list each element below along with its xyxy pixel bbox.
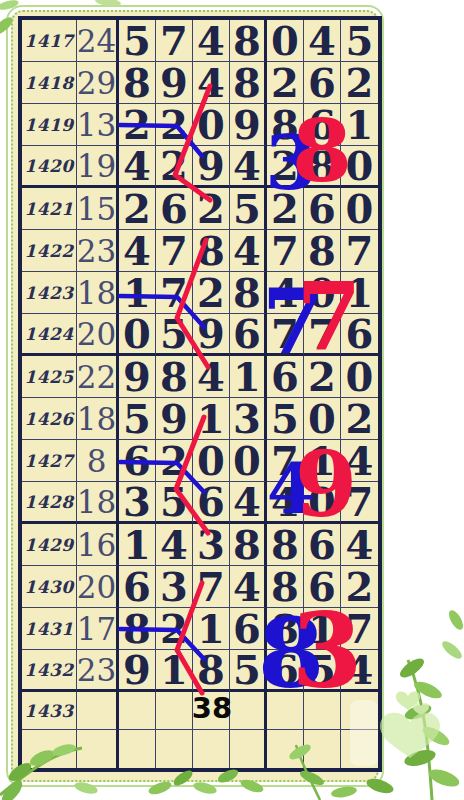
sum-cell: 20 (77, 566, 119, 608)
digit-cell: 1 (193, 608, 230, 650)
digit-cell: 1 (304, 608, 341, 650)
sum-cell: 17 (77, 608, 119, 650)
digit-cell: 2 (119, 188, 156, 230)
digit-cell: 5 (156, 314, 193, 356)
digit-cell: 6 (119, 566, 156, 608)
issue-cell (22, 730, 77, 768)
digit-cell (230, 730, 267, 768)
digit-cell: 2 (156, 104, 193, 146)
digit-cell: 2 (267, 62, 304, 104)
sum-cell: 18 (77, 398, 119, 440)
digit-cell: 4 (193, 356, 230, 398)
digit-cell: 4 (230, 482, 267, 524)
digit-cell: 1 (193, 398, 230, 440)
issue-cell: 1420 (22, 146, 77, 188)
digit-cell: 6 (230, 314, 267, 356)
digit-cell: 4 (119, 230, 156, 272)
digit-cell: 2 (193, 272, 230, 314)
digit-cell: 4 (230, 566, 267, 608)
heart-icon (380, 692, 440, 758)
digit-cell: 0 (304, 398, 341, 440)
digit-cell: 8 (230, 272, 267, 314)
digit-cell (230, 692, 267, 730)
digit-cell: 1 (341, 104, 378, 146)
sum-cell: 24 (77, 20, 119, 62)
digit-cell: 3 (230, 398, 267, 440)
digit-cell: 4 (341, 650, 378, 692)
digit-cell: 5 (230, 188, 267, 230)
digit-cell: 1 (119, 272, 156, 314)
issue-cell: 1423 (22, 272, 77, 314)
digit-cell: 6 (304, 566, 341, 608)
digit-cell: 2 (193, 188, 230, 230)
digit-cell: 6 (193, 482, 230, 524)
trend-chart-table: 1417245748045141829894826214191322098611… (18, 16, 382, 772)
digit-cell: 3 (156, 566, 193, 608)
digit-cell: 5 (230, 650, 267, 692)
sum-cell (77, 692, 119, 730)
digit-cell: 5 (156, 482, 193, 524)
digit-cell: 9 (156, 398, 193, 440)
digit-cell: 5 (267, 398, 304, 440)
digit-cell: 4 (156, 524, 193, 566)
digit-cell: 1 (230, 356, 267, 398)
sum-cell: 20 (77, 314, 119, 356)
digit-cell: 7 (304, 314, 341, 356)
digit-cell: 2 (267, 146, 304, 188)
digit-cell: 1 (156, 650, 193, 692)
issue-cell: 1433 (22, 692, 77, 730)
digit-cell: 4 (341, 524, 378, 566)
digit-cell (119, 730, 156, 768)
digit-cell (341, 730, 378, 768)
digit-cell: 5 (341, 20, 378, 62)
digit-cell: 5 (119, 398, 156, 440)
digit-cell: 8 (230, 62, 267, 104)
digit-cell: 0 (230, 440, 267, 482)
digit-cell (156, 730, 193, 768)
issue-cell: 1425 (22, 356, 77, 398)
digit-cell: 7 (267, 314, 304, 356)
digit-cell: 2 (267, 188, 304, 230)
digit-cell: 6 (304, 62, 341, 104)
digit-cell: 3 (119, 482, 156, 524)
digit-cell: 6 (267, 356, 304, 398)
digit-cell: 7 (156, 272, 193, 314)
digit-cell: 6 (304, 524, 341, 566)
digit-cell: 8 (304, 230, 341, 272)
sum-cell: 23 (77, 650, 119, 692)
issue-cell: 1417 (22, 20, 77, 62)
digit-cell: 1 (119, 524, 156, 566)
digit-cell: 6 (341, 314, 378, 356)
issue-cell: 1426 (22, 398, 77, 440)
digit-cell (193, 692, 230, 730)
digit-cell: 2 (156, 440, 193, 482)
digit-cell: 8 (193, 230, 230, 272)
digit-cell: 4 (230, 146, 267, 188)
digit-cell (267, 730, 304, 768)
digit-cell: 2 (156, 608, 193, 650)
digit-cell: 4 (304, 20, 341, 62)
sum-cell: 29 (77, 62, 119, 104)
digit-cell: 3 (193, 524, 230, 566)
digit-cell: 8 (267, 566, 304, 608)
digit-cell (267, 692, 304, 730)
digit-cell: 1 (341, 272, 378, 314)
digit-cell: 7 (193, 566, 230, 608)
digit-cell: 4 (267, 272, 304, 314)
digit-cell: 6 (267, 650, 304, 692)
sum-cell: 16 (77, 524, 119, 566)
issue-cell: 1428 (22, 482, 77, 524)
issue-cell: 1424 (22, 314, 77, 356)
digit-cell: 0 (267, 20, 304, 62)
sum-cell: 15 (77, 188, 119, 230)
digit-cell: 4 (230, 230, 267, 272)
digit-cell: 5 (119, 20, 156, 62)
digit-cell: 9 (119, 356, 156, 398)
digit-cell: 0 (304, 272, 341, 314)
digit-cell: 8 (119, 62, 156, 104)
digit-cell: 0 (304, 482, 341, 524)
sum-cell: 18 (77, 482, 119, 524)
digit-cell: 2 (341, 566, 378, 608)
digit-cell (119, 692, 156, 730)
digit-cell: 9 (193, 314, 230, 356)
digit-cell: 8 (267, 104, 304, 146)
digit-cell (193, 730, 230, 768)
digit-cell (304, 692, 341, 730)
digit-cell: 1 (304, 440, 341, 482)
digit-cell: 0 (341, 188, 378, 230)
digit-cell (156, 692, 193, 730)
digit-cell: 9 (156, 62, 193, 104)
digit-cell: 9 (119, 650, 156, 692)
lottery-chart-page: 1417245748045141829894826214191322098611… (0, 0, 464, 800)
digit-cell: 0 (341, 356, 378, 398)
digit-cell: 7 (341, 230, 378, 272)
digit-cell: 8 (267, 524, 304, 566)
digit-cell: 4 (341, 440, 378, 482)
digit-cell: 0 (193, 440, 230, 482)
digit-cell: 8 (267, 608, 304, 650)
digit-cell: 2 (156, 146, 193, 188)
digit-cell: 6 (230, 608, 267, 650)
digit-cell: 6 (304, 188, 341, 230)
digit-cell: 4 (119, 146, 156, 188)
digit-cell: 7 (341, 608, 378, 650)
digit-cell: 9 (230, 104, 267, 146)
digit-cell: 8 (119, 608, 156, 650)
issue-cell: 1421 (22, 188, 77, 230)
issue-cell: 1430 (22, 566, 77, 608)
digit-cell: 8 (156, 356, 193, 398)
sum-cell: 8 (77, 440, 119, 482)
issue-cell: 1429 (22, 524, 77, 566)
digit-cell: 7 (267, 440, 304, 482)
issue-cell: 1427 (22, 440, 77, 482)
digit-cell: 0 (119, 314, 156, 356)
digit-cell: 0 (193, 104, 230, 146)
digit-cell: 2 (341, 62, 378, 104)
digit-cell: 8 (230, 20, 267, 62)
digit-cell: 4 (267, 482, 304, 524)
digit-cell (304, 730, 341, 768)
issue-cell: 1419 (22, 104, 77, 146)
digit-cell: 4 (193, 62, 230, 104)
sum-cell: 23 (77, 230, 119, 272)
digit-cell: 2 (341, 398, 378, 440)
digit-cell: 8 (304, 146, 341, 188)
digit-cell: 9 (193, 146, 230, 188)
digit-cell: 2 (304, 356, 341, 398)
digit-cell: 7 (267, 230, 304, 272)
issue-cell: 1418 (22, 62, 77, 104)
issue-cell: 1431 (22, 608, 77, 650)
digit-cell: 6 (156, 188, 193, 230)
digit-cell: 5 (304, 650, 341, 692)
digit-cell: 6 (304, 104, 341, 146)
sum-cell: 22 (77, 356, 119, 398)
digit-cell: 0 (341, 146, 378, 188)
issue-cell: 1432 (22, 650, 77, 692)
digit-cell: 2 (119, 104, 156, 146)
sum-cell: 19 (77, 146, 119, 188)
digit-cell (341, 692, 378, 730)
sum-cell: 13 (77, 104, 119, 146)
issue-cell: 1422 (22, 230, 77, 272)
digit-cell: 8 (230, 524, 267, 566)
digit-cell: 6 (119, 440, 156, 482)
digit-cell: 7 (341, 482, 378, 524)
sum-cell (77, 730, 119, 768)
digit-cell: 7 (156, 20, 193, 62)
digit-cell: 8 (193, 650, 230, 692)
sum-cell: 18 (77, 272, 119, 314)
digit-cell: 7 (156, 230, 193, 272)
digit-cell: 4 (193, 20, 230, 62)
